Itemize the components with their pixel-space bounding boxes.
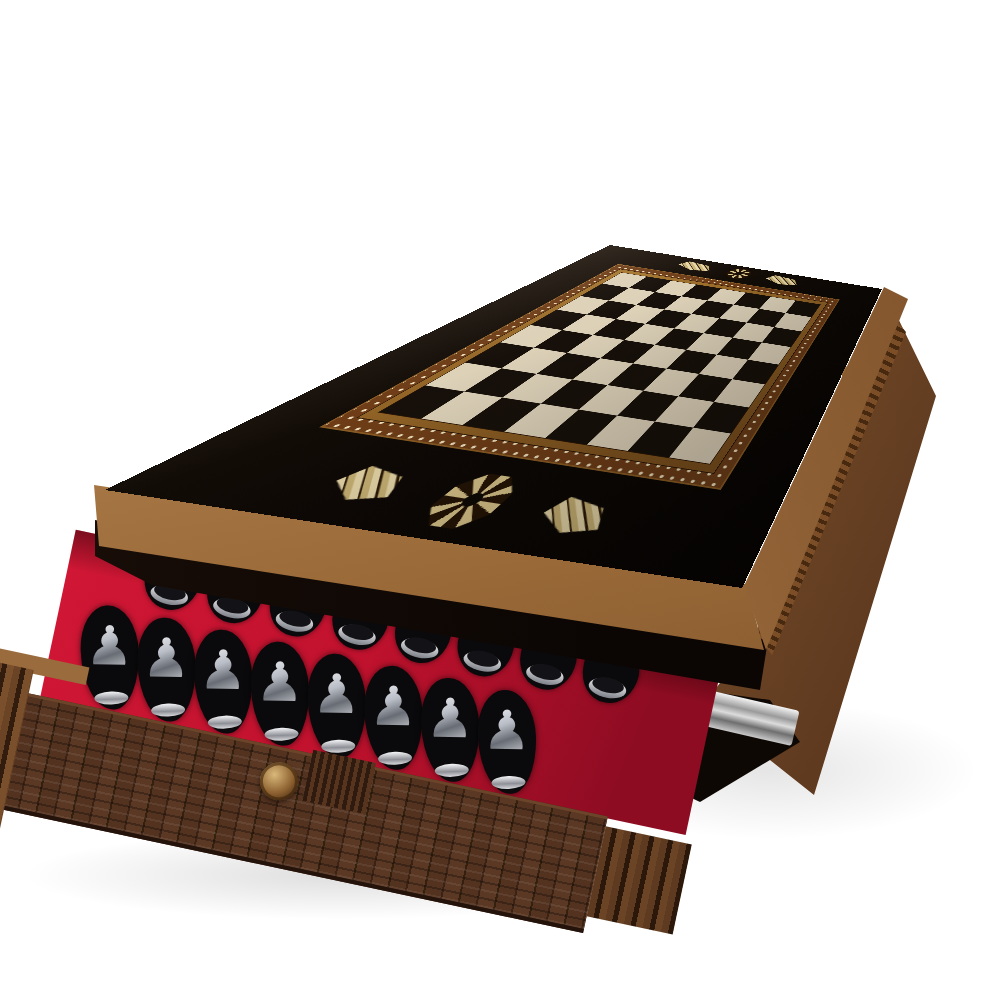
- kite-inlay-icon: [674, 261, 717, 273]
- silver-chess-piece: ♟: [477, 703, 536, 758]
- piece-base: [321, 739, 355, 753]
- silver-chess-piece: ♟: [250, 655, 309, 710]
- silver-chess-piece: ♟: [80, 619, 139, 674]
- kite-inlay-icon: [762, 274, 802, 287]
- piece-base: [435, 763, 469, 777]
- piece-base: [208, 715, 242, 729]
- silver-chess-piece: ♟: [421, 691, 480, 746]
- silver-chess-piece: ♟: [307, 667, 366, 722]
- piece-base: [151, 703, 185, 717]
- chessboard: [378, 272, 821, 464]
- piece-base: [491, 775, 525, 789]
- kite-inlay-icon: [314, 464, 420, 504]
- drawer-right-end-cap: [587, 826, 692, 934]
- dotted-inlay-band: [319, 264, 840, 490]
- chess-box-scene: ♟♟♟♟♟♟♟♟: [0, 0, 1000, 1000]
- kite-inlay-icon: [529, 495, 619, 537]
- silver-chess-piece: ♟: [364, 679, 423, 734]
- piece-base: [378, 751, 412, 765]
- gold-frame: [356, 269, 828, 474]
- rosette-roundel-icon: [724, 268, 752, 279]
- sunburst-octagon-icon: [410, 471, 527, 531]
- silver-chess-piece: ♟: [137, 631, 196, 686]
- piece-base: [94, 691, 128, 705]
- piece-base: [264, 727, 298, 741]
- silver-chess-piece: ♟: [194, 643, 253, 698]
